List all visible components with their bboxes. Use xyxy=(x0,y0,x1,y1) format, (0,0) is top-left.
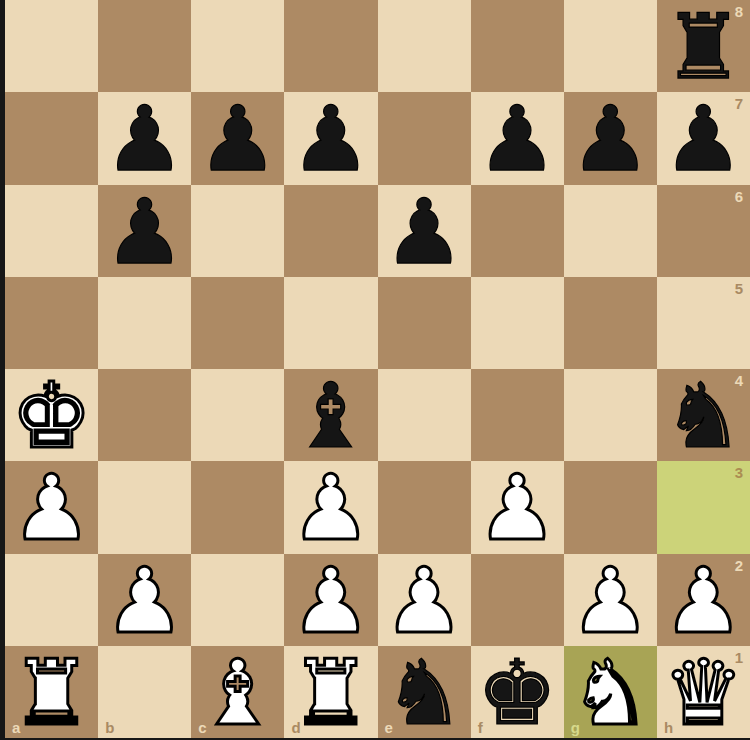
black-pawn[interactable]: ♟ xyxy=(98,93,191,185)
square-h7[interactable]: ♟7 xyxy=(657,92,750,184)
white-pawn[interactable]: ♟ xyxy=(98,555,191,647)
square-d5[interactable] xyxy=(284,277,377,369)
square-a3[interactable]: ♟ xyxy=(5,461,98,553)
square-a6[interactable] xyxy=(5,185,98,277)
coord-file-d: d xyxy=(291,719,300,736)
black-pawn[interactable]: ♟ xyxy=(471,93,564,185)
square-h3[interactable]: 3 xyxy=(657,461,750,553)
coord-file-e: e xyxy=(385,719,393,736)
square-c3[interactable] xyxy=(191,461,284,553)
square-d7[interactable]: ♟ xyxy=(284,92,377,184)
square-b3[interactable] xyxy=(98,461,191,553)
black-pawn[interactable]: ♟ xyxy=(284,93,377,185)
square-f7[interactable]: ♟ xyxy=(471,92,564,184)
square-g3[interactable] xyxy=(564,461,657,553)
square-f6[interactable] xyxy=(471,185,564,277)
square-b7[interactable]: ♟ xyxy=(98,92,191,184)
square-f8[interactable] xyxy=(471,0,564,92)
square-d8[interactable] xyxy=(284,0,377,92)
square-d2[interactable]: ♟ xyxy=(284,554,377,646)
square-d6[interactable] xyxy=(284,185,377,277)
coord-rank-2: 2 xyxy=(735,557,743,574)
square-b5[interactable] xyxy=(98,277,191,369)
white-pawn[interactable]: ♟ xyxy=(378,555,471,647)
square-f1[interactable]: ♚f xyxy=(471,646,564,738)
square-c2[interactable] xyxy=(191,554,284,646)
square-e4[interactable] xyxy=(378,369,471,461)
square-f2[interactable] xyxy=(471,554,564,646)
square-a2[interactable] xyxy=(5,554,98,646)
square-g7[interactable]: ♟ xyxy=(564,92,657,184)
white-pawn[interactable]: ♟ xyxy=(5,462,98,554)
black-pawn[interactable]: ♟ xyxy=(378,186,471,278)
square-h4[interactable]: ♞4 xyxy=(657,369,750,461)
square-a4[interactable]: ♚ xyxy=(5,369,98,461)
square-d1[interactable]: ♜d xyxy=(284,646,377,738)
square-a8[interactable] xyxy=(5,0,98,92)
square-c1[interactable]: ♝c xyxy=(191,646,284,738)
square-h1[interactable]: ♛1h xyxy=(657,646,750,738)
coord-file-c: c xyxy=(198,719,206,736)
square-e5[interactable] xyxy=(378,277,471,369)
white-pawn[interactable]: ♟ xyxy=(284,462,377,554)
square-g5[interactable] xyxy=(564,277,657,369)
square-f3[interactable]: ♟ xyxy=(471,461,564,553)
black-pawn[interactable]: ♟ xyxy=(564,93,657,185)
square-h2[interactable]: ♟2 xyxy=(657,554,750,646)
square-g4[interactable] xyxy=(564,369,657,461)
square-b6[interactable]: ♟ xyxy=(98,185,191,277)
square-e6[interactable]: ♟ xyxy=(378,185,471,277)
square-c5[interactable] xyxy=(191,277,284,369)
coord-file-h: h xyxy=(664,719,673,736)
square-e3[interactable] xyxy=(378,461,471,553)
coord-rank-7: 7 xyxy=(735,95,743,112)
square-c6[interactable] xyxy=(191,185,284,277)
coord-rank-4: 4 xyxy=(735,372,743,389)
square-g2[interactable]: ♟ xyxy=(564,554,657,646)
square-f4[interactable] xyxy=(471,369,564,461)
square-d4[interactable]: ♝ xyxy=(284,369,377,461)
black-pawn[interactable]: ♟ xyxy=(191,93,284,185)
white-pawn[interactable]: ♟ xyxy=(284,555,377,647)
square-e8[interactable] xyxy=(378,0,471,92)
square-b4[interactable] xyxy=(98,369,191,461)
black-king[interactable]: ♚ xyxy=(471,647,564,739)
square-f5[interactable] xyxy=(471,277,564,369)
chess-board: ♜8♟♟♟♟♟♟7♟♟65♚♝♞4♟♟♟3♟♟♟♟♟2♜ab♝c♜d♞e♚f♞g… xyxy=(5,0,750,738)
square-g8[interactable] xyxy=(564,0,657,92)
coord-rank-6: 6 xyxy=(735,188,743,205)
black-pawn[interactable]: ♟ xyxy=(98,186,191,278)
white-pawn[interactable]: ♟ xyxy=(564,555,657,647)
black-bishop[interactable]: ♝ xyxy=(284,370,377,462)
square-b1[interactable]: b xyxy=(98,646,191,738)
coord-file-b: b xyxy=(105,719,114,736)
square-c4[interactable] xyxy=(191,369,284,461)
square-c7[interactable]: ♟ xyxy=(191,92,284,184)
square-c8[interactable] xyxy=(191,0,284,92)
square-b8[interactable] xyxy=(98,0,191,92)
white-king[interactable]: ♚ xyxy=(5,370,98,462)
square-a5[interactable] xyxy=(5,277,98,369)
coord-rank-1: 1 xyxy=(735,649,743,666)
square-b2[interactable]: ♟ xyxy=(98,554,191,646)
square-h5[interactable]: 5 xyxy=(657,277,750,369)
square-d3[interactable]: ♟ xyxy=(284,461,377,553)
coord-file-g: g xyxy=(571,719,580,736)
square-h6[interactable]: 6 xyxy=(657,185,750,277)
square-e2[interactable]: ♟ xyxy=(378,554,471,646)
square-e1[interactable]: ♞e xyxy=(378,646,471,738)
coord-file-a: a xyxy=(12,719,20,736)
coord-rank-8: 8 xyxy=(735,3,743,20)
square-g6[interactable] xyxy=(564,185,657,277)
square-e7[interactable] xyxy=(378,92,471,184)
square-h8[interactable]: ♜8 xyxy=(657,0,750,92)
square-a7[interactable] xyxy=(5,92,98,184)
coord-file-f: f xyxy=(478,719,483,736)
coord-rank-3: 3 xyxy=(735,464,743,481)
white-pawn[interactable]: ♟ xyxy=(471,462,564,554)
square-a1[interactable]: ♜a xyxy=(5,646,98,738)
square-g1[interactable]: ♞g xyxy=(564,646,657,738)
coord-rank-5: 5 xyxy=(735,280,743,297)
